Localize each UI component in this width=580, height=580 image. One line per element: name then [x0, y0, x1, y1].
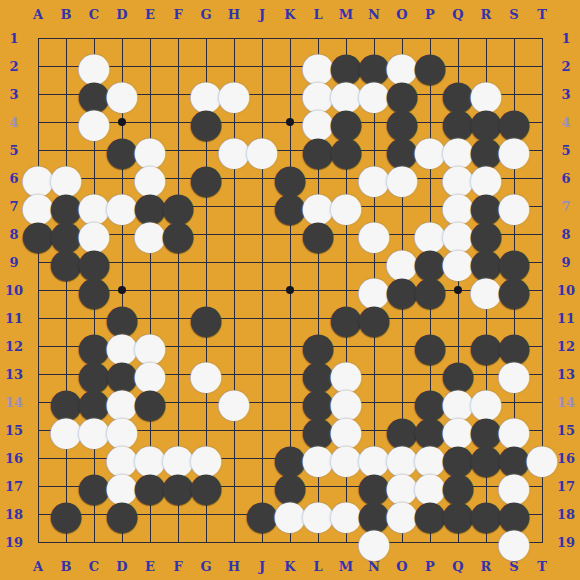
intersection-A14[interactable]	[24, 388, 52, 416]
intersection-O10[interactable]: ●	[388, 276, 416, 304]
intersection-B4[interactable]	[52, 108, 80, 136]
intersection-T10[interactable]	[528, 276, 556, 304]
intersection-E17[interactable]: ●	[136, 472, 164, 500]
intersection-K10[interactable]	[276, 276, 304, 304]
intersection-P2[interactable]: ●	[416, 52, 444, 80]
intersection-P3[interactable]	[416, 80, 444, 108]
intersection-J11[interactable]	[248, 304, 276, 332]
intersection-L9[interactable]	[304, 248, 332, 276]
intersection-B6[interactable]: ●	[52, 164, 80, 192]
intersection-C15[interactable]: ●	[80, 416, 108, 444]
intersection-Q14[interactable]: ●	[444, 388, 472, 416]
intersection-A2[interactable]	[24, 52, 52, 80]
intersection-A16[interactable]	[24, 444, 52, 472]
intersection-G4[interactable]: ●	[192, 108, 220, 136]
intersection-L18[interactable]: ●	[304, 500, 332, 528]
intersection-M18[interactable]: ●	[332, 500, 360, 528]
intersection-O1[interactable]	[388, 24, 416, 52]
intersection-B8[interactable]: ●	[52, 220, 80, 248]
intersection-H18[interactable]	[220, 500, 248, 528]
intersection-D3[interactable]: ●	[108, 80, 136, 108]
intersection-D1[interactable]	[108, 24, 136, 52]
intersection-R18[interactable]: ●	[472, 500, 500, 528]
intersection-M9[interactable]	[332, 248, 360, 276]
intersection-N8[interactable]: ●	[360, 220, 388, 248]
intersection-P17[interactable]: ●	[416, 472, 444, 500]
intersection-H19[interactable]	[220, 528, 248, 556]
intersection-L12[interactable]: ●	[304, 332, 332, 360]
intersection-J2[interactable]	[248, 52, 276, 80]
intersection-L8[interactable]: ●	[304, 220, 332, 248]
intersection-Q13[interactable]: ●	[444, 360, 472, 388]
intersection-P18[interactable]: ●	[416, 500, 444, 528]
intersection-H6[interactable]	[220, 164, 248, 192]
intersection-A15[interactable]	[24, 416, 52, 444]
intersection-R14[interactable]: ●	[472, 388, 500, 416]
intersection-T18[interactable]	[528, 500, 556, 528]
intersection-C13[interactable]: ●	[80, 360, 108, 388]
intersection-G15[interactable]	[192, 416, 220, 444]
intersection-Q9[interactable]: ●	[444, 248, 472, 276]
intersection-F6[interactable]	[164, 164, 192, 192]
intersection-J12[interactable]	[248, 332, 276, 360]
intersection-A17[interactable]	[24, 472, 52, 500]
intersection-S12[interactable]: ●	[500, 332, 528, 360]
intersection-N16[interactable]: ●	[360, 444, 388, 472]
intersection-B19[interactable]	[52, 528, 80, 556]
intersection-C18[interactable]	[80, 500, 108, 528]
intersection-M4[interactable]: ●	[332, 108, 360, 136]
intersection-S13[interactable]: ●	[500, 360, 528, 388]
intersection-N11[interactable]: ●	[360, 304, 388, 332]
intersection-E4[interactable]	[136, 108, 164, 136]
intersection-Q8[interactable]: ●	[444, 220, 472, 248]
intersection-E8[interactable]: ●	[136, 220, 164, 248]
intersection-K7[interactable]: ●	[276, 192, 304, 220]
intersection-H4[interactable]	[220, 108, 248, 136]
intersection-F13[interactable]	[164, 360, 192, 388]
intersection-H7[interactable]	[220, 192, 248, 220]
intersection-M3[interactable]: ●	[332, 80, 360, 108]
intersection-D9[interactable]	[108, 248, 136, 276]
intersection-H11[interactable]	[220, 304, 248, 332]
intersection-Q12[interactable]	[444, 332, 472, 360]
intersection-M11[interactable]: ●	[332, 304, 360, 332]
intersection-E14[interactable]: ●	[136, 388, 164, 416]
intersection-Q16[interactable]: ●	[444, 444, 472, 472]
intersection-S16[interactable]: ●	[500, 444, 528, 472]
intersection-G7[interactable]	[192, 192, 220, 220]
intersection-O6[interactable]: ●	[388, 164, 416, 192]
intersection-P6[interactable]	[416, 164, 444, 192]
intersection-G18[interactable]	[192, 500, 220, 528]
intersection-F2[interactable]	[164, 52, 192, 80]
intersection-C6[interactable]	[80, 164, 108, 192]
intersection-F18[interactable]	[164, 500, 192, 528]
intersection-G13[interactable]: ●	[192, 360, 220, 388]
intersection-P14[interactable]: ●	[416, 388, 444, 416]
intersection-A5[interactable]	[24, 136, 52, 164]
intersection-N5[interactable]	[360, 136, 388, 164]
intersection-K18[interactable]: ●	[276, 500, 304, 528]
intersection-Q11[interactable]	[444, 304, 472, 332]
intersection-N19[interactable]: ●	[360, 528, 388, 556]
intersection-Q10[interactable]	[444, 276, 472, 304]
intersection-D2[interactable]	[108, 52, 136, 80]
intersection-L10[interactable]	[304, 276, 332, 304]
intersection-M1[interactable]	[332, 24, 360, 52]
intersection-E12[interactable]: ●	[136, 332, 164, 360]
intersection-T1[interactable]	[528, 24, 556, 52]
intersection-G14[interactable]	[192, 388, 220, 416]
intersection-R2[interactable]	[472, 52, 500, 80]
intersection-Q2[interactable]	[444, 52, 472, 80]
intersection-A8[interactable]: ●	[24, 220, 52, 248]
intersection-J7[interactable]	[248, 192, 276, 220]
intersection-D11[interactable]: ●	[108, 304, 136, 332]
intersection-T9[interactable]	[528, 248, 556, 276]
intersection-C19[interactable]	[80, 528, 108, 556]
intersection-F19[interactable]	[164, 528, 192, 556]
intersection-T7[interactable]	[528, 192, 556, 220]
intersection-E7[interactable]: ●	[136, 192, 164, 220]
intersection-F4[interactable]	[164, 108, 192, 136]
intersection-S17[interactable]: ●	[500, 472, 528, 500]
intersection-N15[interactable]	[360, 416, 388, 444]
intersection-F14[interactable]	[164, 388, 192, 416]
intersection-P8[interactable]: ●	[416, 220, 444, 248]
intersection-A10[interactable]	[24, 276, 52, 304]
intersection-G3[interactable]: ●	[192, 80, 220, 108]
intersection-O4[interactable]: ●	[388, 108, 416, 136]
intersection-G8[interactable]	[192, 220, 220, 248]
intersection-N4[interactable]	[360, 108, 388, 136]
intersection-E1[interactable]	[136, 24, 164, 52]
intersection-K4[interactable]	[276, 108, 304, 136]
intersection-S6[interactable]	[500, 164, 528, 192]
intersection-K19[interactable]	[276, 528, 304, 556]
intersection-T14[interactable]	[528, 388, 556, 416]
intersection-L11[interactable]	[304, 304, 332, 332]
intersection-N13[interactable]	[360, 360, 388, 388]
intersection-E6[interactable]: ●	[136, 164, 164, 192]
intersection-C16[interactable]	[80, 444, 108, 472]
intersection-F8[interactable]: ●	[164, 220, 192, 248]
intersection-J9[interactable]	[248, 248, 276, 276]
intersection-J3[interactable]	[248, 80, 276, 108]
intersection-B9[interactable]: ●	[52, 248, 80, 276]
intersection-G1[interactable]	[192, 24, 220, 52]
intersection-A13[interactable]	[24, 360, 52, 388]
intersection-D15[interactable]: ●	[108, 416, 136, 444]
intersection-M6[interactable]	[332, 164, 360, 192]
intersection-Q19[interactable]	[444, 528, 472, 556]
intersection-T19[interactable]	[528, 528, 556, 556]
intersection-R3[interactable]: ●	[472, 80, 500, 108]
intersection-F9[interactable]	[164, 248, 192, 276]
intersection-F5[interactable]	[164, 136, 192, 164]
intersection-C1[interactable]	[80, 24, 108, 52]
intersection-H10[interactable]	[220, 276, 248, 304]
intersection-L3[interactable]: ●	[304, 80, 332, 108]
intersection-P16[interactable]: ●	[416, 444, 444, 472]
intersection-P4[interactable]	[416, 108, 444, 136]
intersection-T17[interactable]	[528, 472, 556, 500]
intersection-Q4[interactable]: ●	[444, 108, 472, 136]
intersection-R5[interactable]: ●	[472, 136, 500, 164]
intersection-O5[interactable]: ●	[388, 136, 416, 164]
intersection-M12[interactable]	[332, 332, 360, 360]
intersection-E2[interactable]	[136, 52, 164, 80]
intersection-R8[interactable]: ●	[472, 220, 500, 248]
intersection-Q5[interactable]: ●	[444, 136, 472, 164]
intersection-S8[interactable]	[500, 220, 528, 248]
intersection-K15[interactable]	[276, 416, 304, 444]
intersection-R13[interactable]	[472, 360, 500, 388]
intersection-F7[interactable]: ●	[164, 192, 192, 220]
intersection-F17[interactable]: ●	[164, 472, 192, 500]
intersection-J19[interactable]	[248, 528, 276, 556]
intersection-B11[interactable]	[52, 304, 80, 332]
intersection-B3[interactable]	[52, 80, 80, 108]
intersection-A4[interactable]	[24, 108, 52, 136]
intersection-L4[interactable]: ●	[304, 108, 332, 136]
intersection-E11[interactable]	[136, 304, 164, 332]
intersection-B10[interactable]	[52, 276, 80, 304]
intersection-P15[interactable]: ●	[416, 416, 444, 444]
intersection-grid[interactable]: ●●●●●●●●●●●●●●●●●●●●●●●●●●●●●●●●●●●●●●●●…	[24, 24, 556, 556]
intersection-B15[interactable]: ●	[52, 416, 80, 444]
intersection-N3[interactable]: ●	[360, 80, 388, 108]
intersection-J10[interactable]	[248, 276, 276, 304]
intersection-D19[interactable]	[108, 528, 136, 556]
intersection-R19[interactable]	[472, 528, 500, 556]
intersection-F10[interactable]	[164, 276, 192, 304]
intersection-K16[interactable]: ●	[276, 444, 304, 472]
intersection-B14[interactable]: ●	[52, 388, 80, 416]
intersection-M7[interactable]: ●	[332, 192, 360, 220]
intersection-J17[interactable]	[248, 472, 276, 500]
intersection-K1[interactable]	[276, 24, 304, 52]
intersection-G16[interactable]: ●	[192, 444, 220, 472]
intersection-Q15[interactable]: ●	[444, 416, 472, 444]
intersection-R6[interactable]: ●	[472, 164, 500, 192]
intersection-E18[interactable]	[136, 500, 164, 528]
intersection-S10[interactable]: ●	[500, 276, 528, 304]
intersection-L19[interactable]	[304, 528, 332, 556]
intersection-J1[interactable]	[248, 24, 276, 52]
intersection-C14[interactable]: ●	[80, 388, 108, 416]
intersection-N7[interactable]	[360, 192, 388, 220]
intersection-E10[interactable]	[136, 276, 164, 304]
intersection-D7[interactable]: ●	[108, 192, 136, 220]
intersection-O9[interactable]: ●	[388, 248, 416, 276]
intersection-S3[interactable]	[500, 80, 528, 108]
intersection-M10[interactable]	[332, 276, 360, 304]
intersection-H3[interactable]: ●	[220, 80, 248, 108]
intersection-F12[interactable]	[164, 332, 192, 360]
intersection-C17[interactable]: ●	[80, 472, 108, 500]
intersection-L2[interactable]: ●	[304, 52, 332, 80]
intersection-D18[interactable]: ●	[108, 500, 136, 528]
intersection-S1[interactable]	[500, 24, 528, 52]
intersection-C8[interactable]: ●	[80, 220, 108, 248]
intersection-G9[interactable]	[192, 248, 220, 276]
intersection-A3[interactable]	[24, 80, 52, 108]
intersection-R16[interactable]: ●	[472, 444, 500, 472]
intersection-C11[interactable]	[80, 304, 108, 332]
intersection-B12[interactable]	[52, 332, 80, 360]
intersection-L15[interactable]: ●	[304, 416, 332, 444]
intersection-Q3[interactable]: ●	[444, 80, 472, 108]
intersection-R9[interactable]: ●	[472, 248, 500, 276]
intersection-M15[interactable]: ●	[332, 416, 360, 444]
intersection-M5[interactable]: ●	[332, 136, 360, 164]
intersection-K5[interactable]	[276, 136, 304, 164]
intersection-C2[interactable]: ●	[80, 52, 108, 80]
intersection-S4[interactable]: ●	[500, 108, 528, 136]
intersection-N10[interactable]: ●	[360, 276, 388, 304]
intersection-N18[interactable]: ●	[360, 500, 388, 528]
intersection-G17[interactable]: ●	[192, 472, 220, 500]
intersection-B7[interactable]: ●	[52, 192, 80, 220]
intersection-J18[interactable]: ●	[248, 500, 276, 528]
intersection-L14[interactable]: ●	[304, 388, 332, 416]
intersection-N1[interactable]	[360, 24, 388, 52]
intersection-S9[interactable]: ●	[500, 248, 528, 276]
intersection-E16[interactable]: ●	[136, 444, 164, 472]
intersection-G10[interactable]	[192, 276, 220, 304]
intersection-P13[interactable]	[416, 360, 444, 388]
intersection-E13[interactable]: ●	[136, 360, 164, 388]
intersection-K6[interactable]: ●	[276, 164, 304, 192]
intersection-P12[interactable]: ●	[416, 332, 444, 360]
intersection-C4[interactable]: ●	[80, 108, 108, 136]
intersection-R11[interactable]	[472, 304, 500, 332]
intersection-E19[interactable]	[136, 528, 164, 556]
intersection-B18[interactable]: ●	[52, 500, 80, 528]
intersection-H12[interactable]	[220, 332, 248, 360]
intersection-S18[interactable]: ●	[500, 500, 528, 528]
intersection-F15[interactable]	[164, 416, 192, 444]
intersection-G12[interactable]	[192, 332, 220, 360]
intersection-O15[interactable]: ●	[388, 416, 416, 444]
intersection-R12[interactable]: ●	[472, 332, 500, 360]
intersection-M2[interactable]: ●	[332, 52, 360, 80]
intersection-C10[interactable]: ●	[80, 276, 108, 304]
intersection-E9[interactable]	[136, 248, 164, 276]
intersection-S5[interactable]: ●	[500, 136, 528, 164]
intersection-O18[interactable]: ●	[388, 500, 416, 528]
intersection-K9[interactable]	[276, 248, 304, 276]
intersection-S15[interactable]: ●	[500, 416, 528, 444]
intersection-R15[interactable]: ●	[472, 416, 500, 444]
intersection-N17[interactable]: ●	[360, 472, 388, 500]
intersection-H14[interactable]: ●	[220, 388, 248, 416]
intersection-J16[interactable]	[248, 444, 276, 472]
intersection-P5[interactable]: ●	[416, 136, 444, 164]
intersection-O19[interactable]	[388, 528, 416, 556]
intersection-D12[interactable]: ●	[108, 332, 136, 360]
intersection-G19[interactable]	[192, 528, 220, 556]
intersection-B16[interactable]	[52, 444, 80, 472]
intersection-L7[interactable]: ●	[304, 192, 332, 220]
intersection-P19[interactable]	[416, 528, 444, 556]
intersection-A7[interactable]: ●	[24, 192, 52, 220]
intersection-H16[interactable]	[220, 444, 248, 472]
intersection-O7[interactable]	[388, 192, 416, 220]
intersection-T4[interactable]	[528, 108, 556, 136]
intersection-H13[interactable]	[220, 360, 248, 388]
intersection-H9[interactable]	[220, 248, 248, 276]
intersection-T5[interactable]	[528, 136, 556, 164]
intersection-J4[interactable]	[248, 108, 276, 136]
intersection-A18[interactable]	[24, 500, 52, 528]
intersection-K11[interactable]	[276, 304, 304, 332]
intersection-O12[interactable]	[388, 332, 416, 360]
intersection-A19[interactable]	[24, 528, 52, 556]
intersection-Q18[interactable]: ●	[444, 500, 472, 528]
intersection-A11[interactable]	[24, 304, 52, 332]
intersection-K3[interactable]	[276, 80, 304, 108]
intersection-A6[interactable]: ●	[24, 164, 52, 192]
intersection-P7[interactable]	[416, 192, 444, 220]
intersection-M13[interactable]: ●	[332, 360, 360, 388]
intersection-B2[interactable]	[52, 52, 80, 80]
intersection-F11[interactable]	[164, 304, 192, 332]
intersection-E5[interactable]: ●	[136, 136, 164, 164]
intersection-P10[interactable]: ●	[416, 276, 444, 304]
intersection-P9[interactable]: ●	[416, 248, 444, 276]
intersection-L16[interactable]: ●	[304, 444, 332, 472]
intersection-M19[interactable]	[332, 528, 360, 556]
intersection-L6[interactable]	[304, 164, 332, 192]
intersection-J14[interactable]	[248, 388, 276, 416]
intersection-F16[interactable]: ●	[164, 444, 192, 472]
intersection-F1[interactable]	[164, 24, 192, 52]
intersection-D6[interactable]	[108, 164, 136, 192]
intersection-Q17[interactable]: ●	[444, 472, 472, 500]
intersection-H17[interactable]	[220, 472, 248, 500]
intersection-N2[interactable]: ●	[360, 52, 388, 80]
intersection-H15[interactable]	[220, 416, 248, 444]
intersection-R10[interactable]: ●	[472, 276, 500, 304]
intersection-S19[interactable]: ●	[500, 528, 528, 556]
intersection-A12[interactable]	[24, 332, 52, 360]
go-board[interactable]: ABCDEFGHJKLMNOPQRST ABCDEFGHJKLMNOPQRST …	[0, 0, 580, 580]
intersection-R7[interactable]: ●	[472, 192, 500, 220]
intersection-N14[interactable]	[360, 388, 388, 416]
intersection-K8[interactable]	[276, 220, 304, 248]
intersection-F3[interactable]	[164, 80, 192, 108]
intersection-J5[interactable]: ●	[248, 136, 276, 164]
intersection-D8[interactable]	[108, 220, 136, 248]
intersection-K2[interactable]	[276, 52, 304, 80]
intersection-D5[interactable]: ●	[108, 136, 136, 164]
intersection-K14[interactable]	[276, 388, 304, 416]
intersection-P1[interactable]	[416, 24, 444, 52]
intersection-T11[interactable]	[528, 304, 556, 332]
intersection-O8[interactable]	[388, 220, 416, 248]
intersection-O3[interactable]: ●	[388, 80, 416, 108]
intersection-G5[interactable]	[192, 136, 220, 164]
intersection-G6[interactable]: ●	[192, 164, 220, 192]
intersection-J8[interactable]	[248, 220, 276, 248]
intersection-D16[interactable]: ●	[108, 444, 136, 472]
intersection-C12[interactable]: ●	[80, 332, 108, 360]
intersection-M8[interactable]	[332, 220, 360, 248]
intersection-K17[interactable]: ●	[276, 472, 304, 500]
